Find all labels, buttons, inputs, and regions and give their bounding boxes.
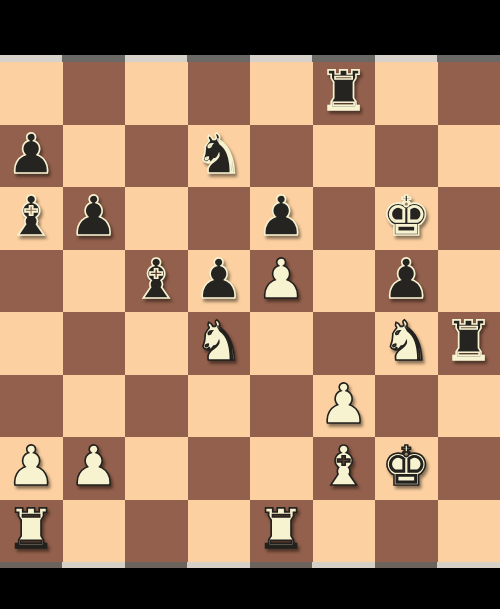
letterbox-top bbox=[0, 0, 500, 55]
white-rook[interactable]: ♜ bbox=[7, 498, 56, 560]
square-a7[interactable]: ♟ bbox=[0, 125, 63, 188]
square-d8[interactable] bbox=[188, 62, 251, 125]
square-c2[interactable] bbox=[125, 437, 188, 500]
square-h7[interactable] bbox=[438, 125, 500, 188]
square-h3[interactable] bbox=[438, 375, 500, 438]
white-pawn[interactable]: ♟ bbox=[7, 435, 56, 497]
square-c4[interactable] bbox=[125, 312, 188, 375]
black-pawn[interactable]: ♟ bbox=[7, 123, 56, 185]
square-f1[interactable] bbox=[313, 500, 376, 563]
square-c1[interactable] bbox=[125, 500, 188, 563]
square-g1[interactable] bbox=[375, 500, 438, 563]
square-a2[interactable]: ♟ bbox=[0, 437, 63, 500]
square-b4[interactable] bbox=[63, 312, 126, 375]
square-f8[interactable]: ♜ bbox=[313, 62, 376, 125]
square-g7[interactable] bbox=[375, 125, 438, 188]
black-knight[interactable]: ♞ bbox=[194, 123, 243, 185]
square-e7[interactable] bbox=[250, 125, 313, 188]
black-pawn[interactable]: ♟ bbox=[194, 248, 243, 310]
white-pawn[interactable]: ♟ bbox=[69, 435, 118, 497]
square-e3[interactable] bbox=[250, 375, 313, 438]
square-g5[interactable]: ♟ bbox=[375, 250, 438, 313]
square-e4[interactable] bbox=[250, 312, 313, 375]
white-bishop[interactable]: ♝ bbox=[319, 435, 368, 497]
square-a5[interactable] bbox=[0, 250, 63, 313]
square-g2[interactable]: ♚ bbox=[375, 437, 438, 500]
square-b8[interactable] bbox=[63, 62, 126, 125]
square-b3[interactable] bbox=[63, 375, 126, 438]
square-h8[interactable] bbox=[438, 62, 500, 125]
square-c7[interactable] bbox=[125, 125, 188, 188]
square-f7[interactable] bbox=[313, 125, 376, 188]
square-a1[interactable]: ♜ bbox=[0, 500, 63, 563]
square-c8[interactable] bbox=[125, 62, 188, 125]
square-f6[interactable] bbox=[313, 187, 376, 250]
square-f4[interactable] bbox=[313, 312, 376, 375]
square-d6[interactable] bbox=[188, 187, 251, 250]
chess-board: ♜♟♞♝♟♟♚♝♟♟♟♞♞♜♟♟♟♝♚♜♜ bbox=[0, 62, 500, 562]
black-rook[interactable]: ♜ bbox=[444, 310, 493, 372]
white-king[interactable]: ♚ bbox=[382, 435, 431, 497]
square-d5[interactable]: ♟ bbox=[188, 250, 251, 313]
square-g8[interactable] bbox=[375, 62, 438, 125]
square-f3[interactable]: ♟ bbox=[313, 375, 376, 438]
square-h4[interactable]: ♜ bbox=[438, 312, 500, 375]
square-c3[interactable] bbox=[125, 375, 188, 438]
white-rook[interactable]: ♜ bbox=[257, 498, 306, 560]
square-a4[interactable] bbox=[0, 312, 63, 375]
black-rook[interactable]: ♜ bbox=[319, 60, 368, 122]
square-g4[interactable]: ♞ bbox=[375, 312, 438, 375]
square-d3[interactable] bbox=[188, 375, 251, 438]
square-c5[interactable]: ♝ bbox=[125, 250, 188, 313]
square-f2[interactable]: ♝ bbox=[313, 437, 376, 500]
square-d4[interactable]: ♞ bbox=[188, 312, 251, 375]
square-a3[interactable] bbox=[0, 375, 63, 438]
black-pawn[interactable]: ♟ bbox=[257, 185, 306, 247]
square-f5[interactable] bbox=[313, 250, 376, 313]
square-h5[interactable] bbox=[438, 250, 500, 313]
square-e8[interactable] bbox=[250, 62, 313, 125]
black-bishop[interactable]: ♝ bbox=[7, 185, 56, 247]
square-b5[interactable] bbox=[63, 250, 126, 313]
square-h6[interactable] bbox=[438, 187, 500, 250]
white-pawn[interactable]: ♟ bbox=[257, 248, 306, 310]
square-e1[interactable]: ♜ bbox=[250, 500, 313, 563]
square-e5[interactable]: ♟ bbox=[250, 250, 313, 313]
square-b1[interactable] bbox=[63, 500, 126, 563]
white-pawn[interactable]: ♟ bbox=[319, 373, 368, 435]
black-king[interactable]: ♚ bbox=[382, 185, 431, 247]
square-e6[interactable]: ♟ bbox=[250, 187, 313, 250]
square-a6[interactable]: ♝ bbox=[0, 187, 63, 250]
square-d2[interactable] bbox=[188, 437, 251, 500]
square-g3[interactable] bbox=[375, 375, 438, 438]
square-a8[interactable] bbox=[0, 62, 63, 125]
white-knight[interactable]: ♞ bbox=[194, 310, 243, 372]
square-b2[interactable]: ♟ bbox=[63, 437, 126, 500]
chess-diagram: ♜♟♞♝♟♟♚♝♟♟♟♞♞♜♟♟♟♝♚♜♜ bbox=[0, 0, 500, 609]
square-b7[interactable] bbox=[63, 125, 126, 188]
square-d7[interactable]: ♞ bbox=[188, 125, 251, 188]
square-e2[interactable] bbox=[250, 437, 313, 500]
black-bishop[interactable]: ♝ bbox=[132, 248, 181, 310]
black-pawn[interactable]: ♟ bbox=[69, 185, 118, 247]
square-b6[interactable]: ♟ bbox=[63, 187, 126, 250]
square-h2[interactable] bbox=[438, 437, 500, 500]
black-pawn[interactable]: ♟ bbox=[382, 248, 431, 310]
letterbox-bottom bbox=[0, 568, 500, 609]
square-h1[interactable] bbox=[438, 500, 500, 563]
square-d1[interactable] bbox=[188, 500, 251, 563]
white-knight[interactable]: ♞ bbox=[382, 310, 431, 372]
square-g6[interactable]: ♚ bbox=[375, 187, 438, 250]
board-top-bevel bbox=[0, 55, 500, 62]
square-c6[interactable] bbox=[125, 187, 188, 250]
